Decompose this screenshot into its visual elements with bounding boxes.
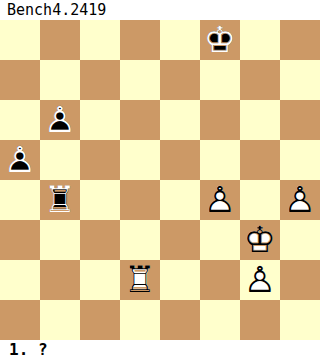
white-king[interactable]: ♚♔ — [240, 220, 280, 260]
square-g1[interactable] — [240, 300, 280, 340]
square-h8[interactable] — [280, 20, 320, 60]
white-pawn[interactable]: ♟♙ — [200, 180, 240, 220]
square-f5[interactable] — [200, 140, 240, 180]
black-rook[interactable]: ♜♖ — [40, 180, 80, 220]
square-d8[interactable] — [120, 20, 160, 60]
square-d4[interactable] — [120, 180, 160, 220]
square-a5[interactable]: ♟♙ — [0, 140, 40, 180]
square-e6[interactable] — [160, 100, 200, 140]
diagram-title: Bench4.2419 — [7, 0, 106, 20]
square-a7[interactable] — [0, 60, 40, 100]
square-b7[interactable] — [40, 60, 80, 100]
square-h5[interactable] — [280, 140, 320, 180]
square-g5[interactable] — [240, 140, 280, 180]
square-e4[interactable] — [160, 180, 200, 220]
square-d7[interactable] — [120, 60, 160, 100]
square-a6[interactable] — [0, 100, 40, 140]
move-prompt: 1. ? — [9, 340, 48, 360]
square-f6[interactable] — [200, 100, 240, 140]
square-h4[interactable]: ♟♙ — [280, 180, 320, 220]
square-e7[interactable] — [160, 60, 200, 100]
square-g8[interactable] — [240, 20, 280, 60]
square-f3[interactable] — [200, 220, 240, 260]
square-d2[interactable]: ♜♖ — [120, 260, 160, 300]
square-f8[interactable]: ♚♔ — [200, 20, 240, 60]
square-f1[interactable] — [200, 300, 240, 340]
square-b8[interactable] — [40, 20, 80, 60]
square-g7[interactable] — [240, 60, 280, 100]
black-king[interactable]: ♚♔ — [200, 20, 240, 60]
square-a4[interactable] — [0, 180, 40, 220]
square-a3[interactable] — [0, 220, 40, 260]
black-pawn[interactable]: ♟♙ — [0, 140, 40, 180]
square-c7[interactable] — [80, 60, 120, 100]
square-h1[interactable] — [280, 300, 320, 340]
chess-diagram-window: { "game": "chess", "position": "5k2/8/1p… — [0, 0, 320, 360]
square-e2[interactable] — [160, 260, 200, 300]
white-pawn[interactable]: ♟♙ — [280, 180, 320, 220]
square-c6[interactable] — [80, 100, 120, 140]
square-g3[interactable]: ♚♔ — [240, 220, 280, 260]
square-a1[interactable] — [0, 300, 40, 340]
square-c1[interactable] — [80, 300, 120, 340]
white-rook[interactable]: ♜♖ — [120, 260, 160, 300]
square-g6[interactable] — [240, 100, 280, 140]
square-c4[interactable] — [80, 180, 120, 220]
square-g2[interactable]: ♟♙ — [240, 260, 280, 300]
square-e8[interactable] — [160, 20, 200, 60]
square-c5[interactable] — [80, 140, 120, 180]
square-g4[interactable] — [240, 180, 280, 220]
square-a8[interactable] — [0, 20, 40, 60]
square-c2[interactable] — [80, 260, 120, 300]
square-c8[interactable] — [80, 20, 120, 60]
square-e3[interactable] — [160, 220, 200, 260]
square-e5[interactable] — [160, 140, 200, 180]
square-a2[interactable] — [0, 260, 40, 300]
square-f4[interactable]: ♟♙ — [200, 180, 240, 220]
black-pawn[interactable]: ♟♙ — [40, 100, 80, 140]
square-b1[interactable] — [40, 300, 80, 340]
square-b3[interactable] — [40, 220, 80, 260]
square-d1[interactable] — [120, 300, 160, 340]
square-b6[interactable]: ♟♙ — [40, 100, 80, 140]
square-f7[interactable] — [200, 60, 240, 100]
white-pawn[interactable]: ♟♙ — [240, 260, 280, 300]
square-h6[interactable] — [280, 100, 320, 140]
square-b2[interactable] — [40, 260, 80, 300]
square-h7[interactable] — [280, 60, 320, 100]
square-e1[interactable] — [160, 300, 200, 340]
chess-board: ♚♔♟♙♟♙♜♖♟♙♟♙♚♔♜♖♟♙ — [0, 20, 320, 340]
square-h2[interactable] — [280, 260, 320, 300]
square-c3[interactable] — [80, 220, 120, 260]
square-b4[interactable]: ♜♖ — [40, 180, 80, 220]
square-d5[interactable] — [120, 140, 160, 180]
square-d6[interactable] — [120, 100, 160, 140]
square-f2[interactable] — [200, 260, 240, 300]
square-h3[interactable] — [280, 220, 320, 260]
square-d3[interactable] — [120, 220, 160, 260]
square-b5[interactable] — [40, 140, 80, 180]
